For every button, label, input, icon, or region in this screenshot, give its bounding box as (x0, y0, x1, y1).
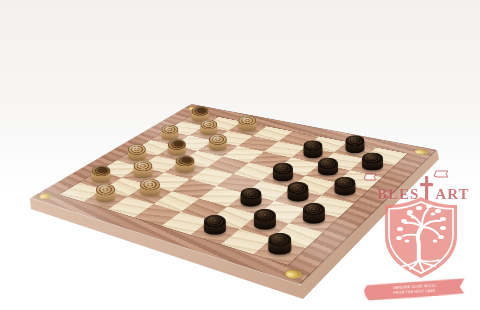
product-photo-scene: BLES ART (0, 0, 480, 310)
dark-checker (204, 215, 226, 235)
dark-checker (241, 187, 262, 206)
light-checker (176, 155, 195, 173)
light-checker (168, 139, 186, 156)
dark-checker (346, 135, 365, 153)
light-checker (96, 184, 116, 202)
dark-checker (362, 152, 382, 170)
light-checker (161, 124, 178, 140)
dark-checker (253, 209, 275, 229)
dark-checker (334, 176, 355, 195)
dark-checker (287, 182, 308, 201)
light-checker (128, 144, 146, 161)
dark-checker (318, 157, 338, 175)
light-checker (239, 115, 256, 131)
dark-checker (303, 140, 322, 158)
dark-checker (303, 203, 325, 223)
dark-checker (268, 233, 291, 255)
light-checker (209, 134, 227, 151)
light-checker (200, 120, 217, 136)
pieces-layer (0, 0, 480, 310)
dark-checker (273, 163, 293, 181)
light-checker (91, 165, 110, 183)
light-checker (134, 160, 153, 178)
light-checker (140, 178, 160, 196)
